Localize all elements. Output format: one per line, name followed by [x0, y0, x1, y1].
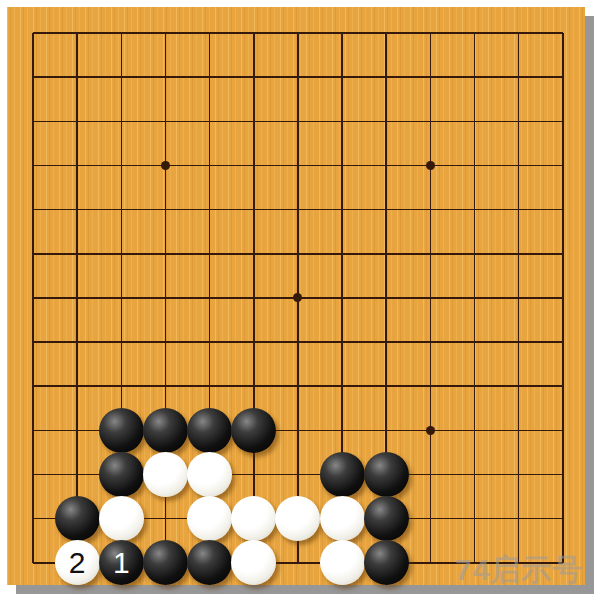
grid-line-vertical: [209, 99, 211, 143]
grid-line-vertical: [341, 276, 343, 320]
grid-line-horizontal: [33, 518, 55, 520]
grid-line-vertical: [518, 408, 520, 452]
grid-line-vertical: [474, 364, 476, 408]
grid-line-vertical: [518, 99, 520, 143]
intersection: [55, 276, 99, 320]
intersection: [11, 452, 55, 496]
grid-line-vertical: [209, 33, 211, 55]
grid-line-vertical: [430, 320, 432, 364]
grid-line-vertical: [121, 143, 123, 187]
black-stone: [364, 496, 409, 541]
intersection: [55, 408, 99, 452]
intersection: [364, 99, 408, 143]
grid-line-vertical: [253, 143, 255, 187]
black-stone: [187, 408, 232, 453]
intersection: [188, 452, 232, 496]
grid-line-vertical: [385, 364, 387, 408]
intersection: [452, 452, 496, 496]
intersection: [276, 55, 320, 99]
grid-line-horizontal: [541, 341, 563, 343]
grid-line-vertical: [32, 497, 34, 541]
black-stone: [231, 408, 276, 453]
intersection: [541, 188, 585, 232]
grid-line-vertical: [385, 276, 387, 320]
intersection: [143, 99, 187, 143]
intersection: [408, 276, 452, 320]
grid-line-vertical: [562, 188, 564, 232]
grid-line-horizontal: [541, 76, 563, 78]
intersection: [276, 276, 320, 320]
intersection: [143, 497, 187, 541]
grid-line-vertical: [518, 188, 520, 232]
intersection: [276, 99, 320, 143]
intersection: [364, 497, 408, 541]
star-point: [161, 161, 170, 170]
intersection: [541, 232, 585, 276]
grid-line-vertical: [341, 55, 343, 99]
intersection: [55, 188, 99, 232]
intersection: [188, 276, 232, 320]
intersection: [232, 188, 276, 232]
grid-line-vertical: [253, 99, 255, 143]
grid-line-vertical: [341, 143, 343, 187]
intersection: [11, 320, 55, 364]
grid-line-horizontal: [541, 209, 563, 211]
intersection: [364, 364, 408, 408]
intersection: [99, 452, 143, 496]
white-stone: 2: [55, 540, 100, 585]
intersection: [143, 276, 187, 320]
grid-line-vertical: [253, 276, 255, 320]
grid-line-vertical: [430, 497, 432, 541]
intersection: [408, 143, 452, 187]
intersection: [452, 364, 496, 408]
intersection: [497, 408, 541, 452]
grid-line-vertical: [32, 408, 34, 452]
intersection: [11, 143, 55, 187]
grid-line-vertical: [474, 541, 476, 563]
intersection: [99, 320, 143, 364]
intersection: [143, 232, 187, 276]
intersection: [232, 99, 276, 143]
grid-line-vertical: [518, 541, 520, 563]
intersection: [320, 188, 364, 232]
intersection: [276, 408, 320, 452]
grid-line-vertical: [430, 232, 432, 276]
intersection: [541, 143, 585, 187]
intersection: [143, 320, 187, 364]
intersection: [452, 408, 496, 452]
intersection: [408, 55, 452, 99]
white-stone: [231, 496, 276, 541]
intersection: [276, 232, 320, 276]
intersection: [320, 11, 364, 55]
intersection: [143, 143, 187, 187]
grid-line-vertical: [430, 33, 432, 55]
grid-line-vertical: [209, 276, 211, 320]
intersection: [541, 55, 585, 99]
intersection: [143, 188, 187, 232]
intersection: [541, 99, 585, 143]
grid-line-vertical: [562, 232, 564, 276]
grid-line-vertical: [385, 99, 387, 143]
intersection: [99, 55, 143, 99]
grid-line-vertical: [518, 497, 520, 541]
intersection: [452, 276, 496, 320]
grid-line-vertical: [253, 320, 255, 364]
star-point: [426, 426, 435, 435]
grid-line-horizontal: [33, 562, 55, 564]
intersection: [99, 497, 143, 541]
grid-line-vertical: [430, 364, 432, 408]
intersection: 1: [99, 541, 143, 585]
intersection: [541, 497, 585, 541]
grid-line-vertical: [341, 408, 343, 452]
intersection: [11, 497, 55, 541]
intersection: [408, 232, 452, 276]
grid-line-vertical: [562, 33, 564, 55]
intersection: [497, 188, 541, 232]
grid-line-vertical: [474, 99, 476, 143]
intersection: [143, 541, 187, 585]
intersection: [364, 188, 408, 232]
intersection: [497, 541, 541, 585]
intersection: [452, 320, 496, 364]
grid-line-horizontal: [541, 165, 563, 167]
grid-line-vertical: [562, 55, 564, 99]
grid-line-horizontal: [33, 121, 55, 123]
grid-line-vertical: [165, 33, 167, 55]
move-number-label: 2: [69, 548, 86, 578]
intersection: [320, 232, 364, 276]
intersection: [320, 541, 364, 585]
grid-line-vertical: [253, 55, 255, 99]
grid-line-vertical: [297, 541, 299, 563]
grid-line-horizontal: [541, 32, 563, 34]
page: { "game": "go", "board": { "size": 13, "…: [0, 0, 600, 600]
grid-line-vertical: [121, 55, 123, 99]
grid-line-horizontal: [33, 209, 55, 211]
intersection: [452, 11, 496, 55]
intersection: [452, 143, 496, 187]
intersection: [320, 497, 364, 541]
intersection: [99, 408, 143, 452]
grid-line-vertical: [474, 188, 476, 232]
intersection: [232, 408, 276, 452]
black-stone: [364, 452, 409, 497]
intersection: [188, 364, 232, 408]
intersection: [541, 11, 585, 55]
grid-line-vertical: [562, 452, 564, 496]
grid-line-vertical: [297, 320, 299, 364]
intersection: [497, 364, 541, 408]
grid-line-vertical: [518, 232, 520, 276]
intersection: [541, 364, 585, 408]
grid-line-vertical: [76, 143, 78, 187]
grid-line-vertical: [341, 232, 343, 276]
grid-line-vertical: [518, 452, 520, 496]
grid-line-vertical: [297, 33, 299, 55]
grid-line-vertical: [430, 188, 432, 232]
intersection: [364, 143, 408, 187]
intersection: [408, 99, 452, 143]
intersection: [364, 408, 408, 452]
intersection: [55, 232, 99, 276]
intersection: [541, 320, 585, 364]
grid-line-vertical: [562, 276, 564, 320]
grid-line-vertical: [430, 452, 432, 496]
grid-line-vertical: [430, 55, 432, 99]
grid-line-vertical: [76, 33, 78, 55]
grid-line-vertical: [430, 541, 432, 563]
intersection: [497, 452, 541, 496]
grid-line-vertical: [32, 99, 34, 143]
grid-line-vertical: [76, 364, 78, 408]
grid-line-vertical: [76, 276, 78, 320]
grid-line-vertical: [209, 320, 211, 364]
grid-line-vertical: [253, 364, 255, 408]
move-number-label: 1: [113, 548, 130, 578]
intersection: [408, 497, 452, 541]
intersection: [11, 188, 55, 232]
intersection: [276, 320, 320, 364]
grid-line-vertical: [341, 320, 343, 364]
black-stone: [99, 452, 144, 497]
grid-line-vertical: [562, 497, 564, 541]
intersection: [188, 541, 232, 585]
grid-line-vertical: [474, 452, 476, 496]
grid-line-vertical: [341, 364, 343, 408]
intersection: [55, 497, 99, 541]
grid-line-vertical: [297, 99, 299, 143]
grid-line-horizontal: [541, 385, 563, 387]
grid-line-horizontal: [33, 474, 55, 476]
grid-line-vertical: [165, 320, 167, 364]
grid-line-vertical: [121, 99, 123, 143]
grid-line-horizontal: [541, 518, 563, 520]
intersection: [364, 232, 408, 276]
go-board: 21 74启示号: [7, 7, 585, 585]
intersection: [232, 232, 276, 276]
intersection: [11, 408, 55, 452]
grid-line-vertical: [518, 33, 520, 55]
intersection: [99, 188, 143, 232]
intersection: [541, 452, 585, 496]
star-point: [293, 293, 302, 302]
black-stone: [99, 408, 144, 453]
grid-line-vertical: [341, 99, 343, 143]
grid-line-vertical: [209, 188, 211, 232]
grid-line-vertical: [562, 320, 564, 364]
grid-line-vertical: [209, 143, 211, 187]
intersection: [99, 364, 143, 408]
white-stone: [187, 496, 232, 541]
grid-line-vertical: [121, 33, 123, 55]
intersection: [276, 11, 320, 55]
intersection: [497, 320, 541, 364]
white-stone: [143, 452, 188, 497]
intersection: [55, 55, 99, 99]
grid-line-horizontal: [33, 253, 55, 255]
grid-line-vertical: [474, 408, 476, 452]
grid-line-vertical: [518, 320, 520, 364]
intersection: [11, 99, 55, 143]
intersection: [408, 364, 452, 408]
grid-line-horizontal: [33, 297, 55, 299]
grid-line-horizontal: [541, 474, 563, 476]
intersection: [497, 55, 541, 99]
intersection: [364, 276, 408, 320]
intersection: [11, 232, 55, 276]
grid-line-vertical: [165, 497, 167, 541]
grid-line-vertical: [32, 33, 34, 55]
grid-line-vertical: [32, 55, 34, 99]
intersection: [452, 188, 496, 232]
grid-line-vertical: [32, 143, 34, 187]
intersection: [11, 364, 55, 408]
intersection: [276, 188, 320, 232]
grid-line-vertical: [297, 232, 299, 276]
go-board-grid: 21: [11, 11, 585, 585]
grid-line-vertical: [518, 55, 520, 99]
grid-line-horizontal: [541, 430, 563, 432]
intersection: [188, 497, 232, 541]
intersection: [276, 452, 320, 496]
intersection: [99, 99, 143, 143]
grid-line-vertical: [385, 55, 387, 99]
intersection: [497, 276, 541, 320]
intersection: [452, 55, 496, 99]
grid-line-vertical: [32, 232, 34, 276]
star-point: [426, 161, 435, 170]
grid-line-vertical: [518, 143, 520, 187]
intersection: [232, 541, 276, 585]
grid-line-vertical: [430, 99, 432, 143]
grid-line-vertical: [297, 55, 299, 99]
grid-line-vertical: [121, 364, 123, 408]
grid-line-vertical: [209, 232, 211, 276]
grid-line-vertical: [165, 232, 167, 276]
grid-line-vertical: [518, 276, 520, 320]
black-stone: [55, 496, 100, 541]
intersection: [364, 541, 408, 585]
intersection: [11, 541, 55, 585]
grid-line-horizontal: [33, 385, 55, 387]
intersection: [143, 364, 187, 408]
intersection: [320, 364, 364, 408]
intersection: [320, 452, 364, 496]
grid-line-vertical: [385, 320, 387, 364]
intersection: [11, 11, 55, 55]
intersection: [11, 55, 55, 99]
intersection: [276, 143, 320, 187]
black-stone: 1: [99, 540, 144, 585]
intersection: [408, 11, 452, 55]
grid-line-vertical: [32, 452, 34, 496]
grid-line-vertical: [474, 143, 476, 187]
intersection: [276, 541, 320, 585]
intersection: [188, 408, 232, 452]
intersection: [11, 276, 55, 320]
grid-line-vertical: [253, 232, 255, 276]
grid-line-vertical: [121, 188, 123, 232]
intersection: [541, 408, 585, 452]
grid-line-horizontal: [33, 341, 55, 343]
intersection: [232, 320, 276, 364]
grid-line-vertical: [385, 143, 387, 187]
white-stone: [231, 540, 276, 585]
intersection: [408, 408, 452, 452]
intersection: [188, 143, 232, 187]
grid-line-vertical: [474, 55, 476, 99]
grid-line-vertical: [121, 320, 123, 364]
intersection: [188, 320, 232, 364]
grid-line-vertical: [297, 188, 299, 232]
grid-line-vertical: [474, 320, 476, 364]
grid-line-vertical: [297, 143, 299, 187]
intersection: [497, 232, 541, 276]
intersection: [364, 55, 408, 99]
grid-line-vertical: [385, 33, 387, 55]
grid-line-vertical: [253, 452, 255, 496]
intersection: [188, 11, 232, 55]
grid-line-vertical: [474, 33, 476, 55]
grid-line-vertical: [430, 276, 432, 320]
black-stone: [364, 540, 409, 585]
grid-line-vertical: [32, 276, 34, 320]
intersection: [320, 99, 364, 143]
grid-line-horizontal: [33, 165, 55, 167]
intersection: [232, 364, 276, 408]
grid-line-vertical: [121, 276, 123, 320]
intersection: [188, 55, 232, 99]
intersection: [55, 364, 99, 408]
white-stone: [99, 496, 144, 541]
grid-line-vertical: [341, 33, 343, 55]
intersection: [55, 320, 99, 364]
intersection: [320, 55, 364, 99]
grid-line-vertical: [209, 364, 211, 408]
intersection: [232, 276, 276, 320]
grid-line-vertical: [474, 497, 476, 541]
intersection: [452, 99, 496, 143]
grid-line-vertical: [385, 188, 387, 232]
intersection: [320, 276, 364, 320]
intersection: [99, 232, 143, 276]
black-stone: [143, 408, 188, 453]
grid-line-vertical: [562, 143, 564, 187]
grid-line-vertical: [297, 452, 299, 496]
black-stone: [187, 540, 232, 585]
intersection: [276, 497, 320, 541]
grid-line-vertical: [76, 188, 78, 232]
intersection: [99, 276, 143, 320]
intersection: [143, 452, 187, 496]
grid-line-vertical: [562, 99, 564, 143]
intersection: [452, 541, 496, 585]
grid-line-vertical: [165, 99, 167, 143]
grid-line-horizontal: [541, 562, 563, 564]
grid-line-vertical: [76, 99, 78, 143]
intersection: [364, 320, 408, 364]
intersection: [188, 188, 232, 232]
intersection: [408, 452, 452, 496]
intersection: [320, 408, 364, 452]
grid-line-horizontal: [541, 121, 563, 123]
grid-line-horizontal: [33, 430, 55, 432]
intersection: [408, 188, 452, 232]
intersection: [497, 99, 541, 143]
